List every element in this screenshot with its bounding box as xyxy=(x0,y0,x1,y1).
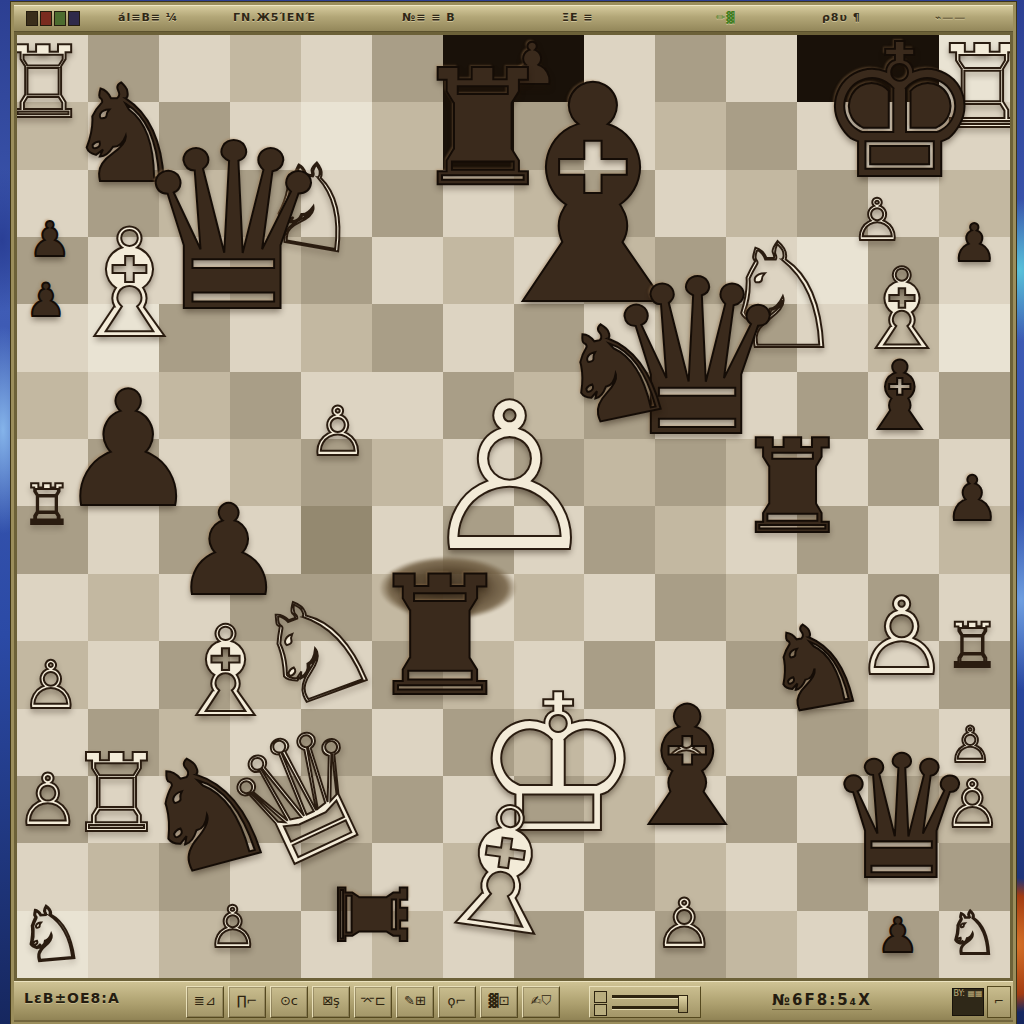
menu-logo-icons[interactable] xyxy=(26,9,82,27)
slider-mini-icon[interactable] xyxy=(594,991,607,1003)
logo-glyph-icon xyxy=(68,11,80,26)
piece-dark-rook[interactable]: ♜ xyxy=(322,871,417,956)
menu-item-6[interactable]: ρ8υ ¶ xyxy=(822,9,861,27)
toolbar-button-6[interactable]: ϙ⌐ xyxy=(438,986,476,1018)
menu-item-1[interactable]: ál≡B≡ ¼ xyxy=(118,9,178,27)
square-r3c5[interactable] xyxy=(372,237,443,304)
toolbar-button-1[interactable]: ∏⌐ xyxy=(228,986,266,1018)
slider-mini-icon[interactable] xyxy=(594,1004,607,1016)
square-r8c9[interactable] xyxy=(655,574,726,641)
piece-white-knight[interactable]: ♘ xyxy=(945,902,999,962)
toolbar-button-2[interactable]: ⊙c xyxy=(270,986,308,1018)
square-r5c3[interactable] xyxy=(230,372,301,439)
square-r5c13[interactable] xyxy=(939,372,1010,439)
piece-white-knight[interactable]: ♘ xyxy=(14,894,88,975)
piece-dark-pawn[interactable]: ♟ xyxy=(876,911,919,959)
stamp-icon[interactable]: BY: ▦▦ xyxy=(952,988,984,1016)
square-r13c10[interactable] xyxy=(726,911,797,978)
piece-dark-bishop[interactable]: ♝ xyxy=(857,349,942,444)
square-r13c1[interactable] xyxy=(88,911,159,978)
logo-glyph-icon xyxy=(54,11,66,26)
zoom-slider-panel[interactable] xyxy=(589,986,701,1018)
desktop-background: ál≡B≡ ¼ΓΝ.Ж5ΊΕΝΈ№≡ ≡ ΒΞЕ ≡✏▓ρ8υ ¶⌁—— ♟♖♖… xyxy=(0,0,1024,1024)
square-r0c10[interactable] xyxy=(726,35,797,102)
piece-white-rook[interactable]: ♖ xyxy=(22,476,72,532)
piece-white-bishop[interactable]: ♗ xyxy=(62,209,196,359)
square-r13c11[interactable] xyxy=(797,911,868,978)
piece-dark-queen[interactable]: ♛ xyxy=(826,732,978,902)
square-r7c12[interactable] xyxy=(868,506,939,573)
chess-app-window: ál≡B≡ ¼ΓΝ.Ж5ΊΕΝΈ№≡ ≡ ΒΞЕ ≡✏▓ρ8υ ¶⌁—— ♟♖♖… xyxy=(11,2,1016,1024)
piece-dark-rook[interactable]: ♜ xyxy=(734,422,851,552)
menu-item-4[interactable]: ΞЕ ≡ xyxy=(562,9,594,27)
square-r0c3[interactable] xyxy=(230,35,301,102)
slider-rail[interactable] xyxy=(612,995,686,998)
menu-item-5[interactable]: ✏▓ xyxy=(716,9,736,27)
piece-dark-knight[interactable]: ♞ xyxy=(754,602,876,733)
menu-item-7[interactable]: ⌁—— xyxy=(934,9,966,27)
slider-knob[interactable] xyxy=(678,995,688,1013)
menu-item-2[interactable]: ΓΝ.Ж5ΊΕΝΈ xyxy=(233,9,316,27)
piece-dark-king[interactable]: ♚ xyxy=(817,32,983,205)
toolbar-button-8[interactable]: ✍⛉ xyxy=(522,986,560,1018)
square-r9c1[interactable] xyxy=(88,641,159,708)
toolbar-button-3[interactable]: ⊠ş xyxy=(312,986,350,1018)
logo-glyph-icon xyxy=(40,11,52,26)
logo-glyph-icon xyxy=(26,11,38,26)
menu-item-3[interactable]: №≡ ≡ Β xyxy=(402,9,456,27)
square-r1c10[interactable] xyxy=(726,102,797,169)
toolbar-button-5[interactable]: ✎⊞ xyxy=(396,986,434,1018)
piece-white-pawn[interactable]: ♙ xyxy=(851,191,903,249)
piece-dark-pawn[interactable]: ♟ xyxy=(25,277,66,323)
toolbar-button-row: ≣⊿∏⌐⊙c⊠ş⌤⊏✎⊞ϙ⌐▓⊡✍⛉ xyxy=(186,986,560,1018)
piece-dark-pawn[interactable]: ♟ xyxy=(944,468,1000,530)
piece-white-pawn[interactable]: ♙ xyxy=(654,890,715,958)
toolbar-button-7[interactable]: ▓⊡ xyxy=(480,986,518,1018)
piece-white-rook[interactable]: ♖ xyxy=(944,615,1000,677)
piece-white-pawn[interactable]: ♙ xyxy=(206,898,258,956)
toolbar-button-4[interactable]: ⌤⊏ xyxy=(354,986,392,1018)
status-text: №6F8:5₄X xyxy=(772,991,872,1010)
square-r7c9[interactable] xyxy=(655,506,726,573)
bottom-toolbar: LεB±OE8:A ≣⊿∏⌐⊙c⊠ş⌤⊏✎⊞ϙ⌐▓⊡✍⛉ №6F8:5₄X BY… xyxy=(14,981,1013,1022)
square-r13c8[interactable] xyxy=(584,911,655,978)
toolbar-button-0[interactable]: ≣⊿ xyxy=(186,986,224,1018)
piece-white-bishop[interactable]: ♗ xyxy=(415,775,590,965)
slider-rail[interactable] xyxy=(612,1006,686,1009)
toolbar-title-label: LεB±OE8:A xyxy=(24,990,120,1006)
toolbar-edge-button[interactable]: ⌐ xyxy=(987,986,1011,1018)
piece-white-pawn[interactable]: ♙ xyxy=(853,582,950,690)
square-r8c1[interactable] xyxy=(88,574,159,641)
piece-white-pawn[interactable]: ♙ xyxy=(16,763,81,835)
piece-dark-bishop[interactable]: ♝ xyxy=(613,686,761,851)
square-r0c4[interactable] xyxy=(301,35,372,102)
menu-bar: ál≡B≡ ¼ΓΝ.Ж5ΊΕΝΈ№≡ ≡ ΒΞЕ ≡✏▓ρ8υ ¶⌁—— xyxy=(14,5,1013,32)
piece-white-pawn[interactable]: ♙ xyxy=(21,652,80,718)
piece-dark-pawn[interactable]: ♟ xyxy=(951,217,998,269)
chess-board: ♟♖♖♚♜♞♝♘♙♛♟♟♗♘♟♗♛♞♝♙♟♙♜♟♖♟♙♜♖♘♞♗♙♙♙♔♝♖♙♕… xyxy=(14,32,1013,981)
piece-white-pawn[interactable]: ♙ xyxy=(307,398,368,466)
square-r8c0[interactable] xyxy=(17,574,88,641)
